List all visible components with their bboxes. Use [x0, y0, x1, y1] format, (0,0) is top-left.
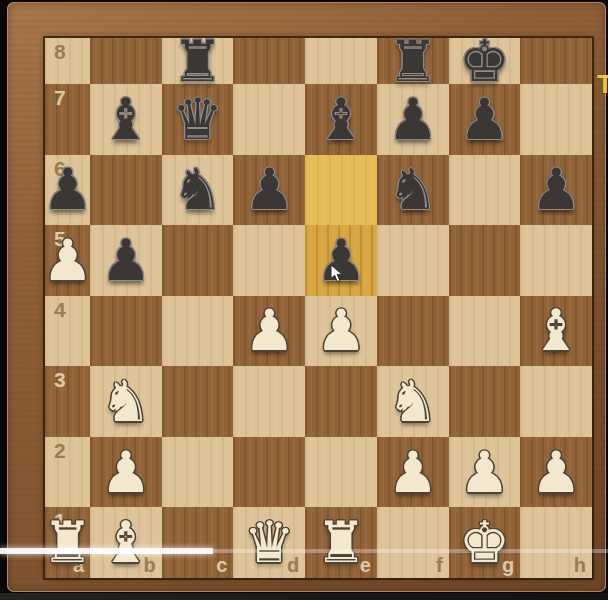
square-b6[interactable]: [90, 155, 162, 226]
square-f2[interactable]: ♟: [377, 437, 449, 508]
piece-white-rook[interactable]: ♜: [42, 514, 93, 571]
square-h4[interactable]: ♝: [520, 296, 592, 367]
square-h5[interactable]: [520, 225, 592, 296]
square-c7[interactable]: ♛: [162, 84, 234, 155]
square-c2[interactable]: [162, 437, 234, 508]
square-a1[interactable]: 1a♜: [45, 507, 90, 578]
square-g2[interactable]: ♟: [449, 437, 521, 508]
square-g8[interactable]: ♚: [449, 38, 521, 84]
square-d1[interactable]: d♛: [233, 507, 305, 578]
square-c8[interactable]: ♜: [162, 38, 234, 84]
square-c1[interactable]: c: [162, 507, 234, 578]
square-d2[interactable]: [233, 437, 305, 508]
bottom-edge-strip: [0, 593, 608, 600]
piece-black-pawn[interactable]: ♟: [387, 91, 438, 148]
square-g1[interactable]: g♚: [449, 507, 521, 578]
square-d7[interactable]: [233, 84, 305, 155]
piece-white-rook[interactable]: ♜: [315, 514, 366, 571]
square-h8[interactable]: [520, 38, 592, 84]
square-f8[interactable]: ♜: [377, 38, 449, 84]
square-g7[interactable]: ♟: [449, 84, 521, 155]
square-a8[interactable]: 8: [45, 38, 90, 84]
square-b3[interactable]: ♞: [90, 366, 162, 437]
square-g5[interactable]: [449, 225, 521, 296]
square-f4[interactable]: [377, 296, 449, 367]
piece-white-pawn[interactable]: ♟: [459, 444, 510, 501]
clipped-overlay-glyph: T: [597, 71, 608, 97]
square-f5[interactable]: [377, 225, 449, 296]
square-g3[interactable]: [449, 366, 521, 437]
piece-white-pawn[interactable]: ♟: [244, 302, 295, 359]
piece-white-bishop[interactable]: ♝: [100, 514, 151, 571]
piece-white-pawn[interactable]: ♟: [42, 232, 93, 289]
square-f1[interactable]: f: [377, 507, 449, 578]
square-e1[interactable]: e♜: [305, 507, 377, 578]
piece-black-pawn[interactable]: ♟: [459, 91, 510, 148]
square-e6[interactable]: [305, 155, 377, 226]
piece-black-king[interactable]: ♚: [459, 33, 510, 90]
piece-black-knight[interactable]: ♞: [172, 161, 223, 218]
rank-label-7: 7: [54, 87, 66, 108]
piece-black-pawn[interactable]: ♟: [531, 161, 582, 218]
square-h2[interactable]: ♟: [520, 437, 592, 508]
piece-white-bishop[interactable]: ♝: [531, 302, 582, 359]
square-c4[interactable]: [162, 296, 234, 367]
square-d5[interactable]: [233, 225, 305, 296]
screenshot-root: 8♜♜♚7♝♛♝♟♟6♟♞♟♞♟5♟♟♟4♟♟♝3♞♞2♟♟♟♟1a♜b♝cd♛…: [0, 0, 608, 600]
square-e2[interactable]: [305, 437, 377, 508]
clipped-overlay-text: T: [597, 71, 608, 97]
rank-label-3: 3: [54, 369, 66, 390]
square-f3[interactable]: ♞: [377, 366, 449, 437]
square-h6[interactable]: ♟: [520, 155, 592, 226]
square-f6[interactable]: ♞: [377, 155, 449, 226]
square-e8[interactable]: [305, 38, 377, 84]
square-g6[interactable]: [449, 155, 521, 226]
square-b8[interactable]: [90, 38, 162, 84]
square-b1[interactable]: b♝: [90, 507, 162, 578]
square-c5[interactable]: [162, 225, 234, 296]
piece-black-queen[interactable]: ♛: [172, 91, 223, 148]
mouse-cursor-icon: [330, 264, 344, 287]
piece-black-bishop[interactable]: ♝: [100, 91, 151, 148]
square-a3[interactable]: 3: [45, 366, 90, 437]
video-progress-played: [0, 548, 213, 554]
file-label-c: c: [216, 555, 227, 575]
square-g4[interactable]: [449, 296, 521, 367]
square-b2[interactable]: ♟: [90, 437, 162, 508]
piece-white-knight[interactable]: ♞: [387, 373, 438, 430]
square-h3[interactable]: [520, 366, 592, 437]
piece-white-queen[interactable]: ♛: [244, 514, 295, 571]
piece-black-bishop[interactable]: ♝: [315, 91, 366, 148]
square-a4[interactable]: 4: [45, 296, 90, 367]
rank-label-8: 8: [54, 41, 66, 62]
chess-board: 8♜♜♚7♝♛♝♟♟6♟♞♟♞♟5♟♟♟4♟♟♝3♞♞2♟♟♟♟1a♜b♝cd♛…: [45, 38, 592, 578]
piece-black-rook[interactable]: ♜: [387, 33, 438, 90]
square-f7[interactable]: ♟: [377, 84, 449, 155]
square-a7[interactable]: 7: [45, 84, 90, 155]
square-b7[interactable]: ♝: [90, 84, 162, 155]
piece-black-pawn[interactable]: ♟: [42, 161, 93, 218]
square-e4[interactable]: ♟: [305, 296, 377, 367]
square-a5[interactable]: 5♟: [45, 225, 90, 296]
square-e7[interactable]: ♝: [305, 84, 377, 155]
rank-label-2: 2: [54, 440, 66, 461]
square-h1[interactable]: h: [520, 507, 592, 578]
square-d3[interactable]: [233, 366, 305, 437]
rank-label-4: 4: [54, 299, 66, 320]
piece-white-pawn[interactable]: ♟: [315, 302, 366, 359]
piece-white-pawn[interactable]: ♟: [531, 444, 582, 501]
square-e3[interactable]: [305, 366, 377, 437]
square-c6[interactable]: ♞: [162, 155, 234, 226]
file-label-f: f: [436, 555, 443, 575]
square-b4[interactable]: [90, 296, 162, 367]
square-a6[interactable]: 6♟: [45, 155, 90, 226]
square-d4[interactable]: ♟: [233, 296, 305, 367]
piece-white-pawn[interactable]: ♟: [387, 444, 438, 501]
piece-black-pawn[interactable]: ♟: [100, 232, 151, 289]
piece-black-rook[interactable]: ♜: [172, 33, 223, 90]
piece-white-king[interactable]: ♚: [459, 514, 510, 571]
square-b5[interactable]: ♟: [90, 225, 162, 296]
square-a2[interactable]: 2: [45, 437, 90, 508]
square-h7[interactable]: [520, 84, 592, 155]
square-d6[interactable]: ♟: [233, 155, 305, 226]
file-label-h: h: [574, 555, 586, 575]
piece-white-knight[interactable]: ♞: [100, 373, 151, 430]
square-d8[interactable]: [233, 38, 305, 84]
square-c3[interactable]: [162, 366, 234, 437]
piece-white-pawn[interactable]: ♟: [100, 444, 151, 501]
piece-black-pawn[interactable]: ♟: [244, 161, 295, 218]
piece-black-knight[interactable]: ♞: [387, 161, 438, 218]
